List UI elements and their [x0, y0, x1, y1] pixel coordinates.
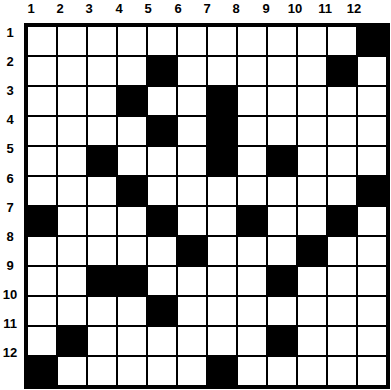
grid-cell[interactable] — [358, 87, 386, 115]
grid-cell[interactable] — [118, 357, 146, 385]
row-label: 4 — [0, 111, 20, 129]
grid-cell[interactable] — [208, 27, 236, 55]
grid-cell — [88, 267, 116, 295]
grid-cell[interactable] — [328, 267, 356, 295]
column-label: 8 — [221, 0, 251, 18]
grid-cell[interactable] — [268, 57, 296, 85]
grid-cell[interactable] — [58, 237, 86, 265]
grid-cell[interactable] — [178, 177, 206, 205]
grid-cell[interactable] — [328, 147, 356, 175]
grid-cell[interactable] — [298, 297, 326, 325]
row-label: 6 — [0, 170, 20, 188]
grid-cell[interactable] — [208, 237, 236, 265]
grid-cell[interactable] — [328, 357, 356, 385]
column-label: 6 — [163, 0, 193, 18]
grid-cell[interactable] — [238, 87, 266, 115]
grid-cell[interactable] — [358, 327, 386, 355]
grid-cell[interactable] — [88, 177, 116, 205]
grid-cell[interactable] — [298, 327, 326, 355]
grid-cell — [118, 267, 146, 295]
grid-cell[interactable] — [268, 357, 296, 385]
row-label: 3 — [0, 82, 20, 100]
grid-cell[interactable] — [28, 327, 56, 355]
grid-cell — [148, 57, 176, 85]
grid-cell[interactable] — [118, 117, 146, 145]
grid-cell — [208, 357, 236, 385]
grid-cell — [358, 177, 386, 205]
grid-cell[interactable] — [238, 327, 266, 355]
grid-cell — [178, 237, 206, 265]
grid-cell[interactable] — [118, 27, 146, 55]
grid-cell[interactable] — [178, 27, 206, 55]
grid-cell[interactable] — [148, 87, 176, 115]
grid-cell[interactable] — [208, 207, 236, 235]
grid-cell[interactable] — [178, 147, 206, 175]
grid-cell[interactable] — [58, 117, 86, 145]
grid-cell[interactable] — [298, 57, 326, 85]
grid-cell — [208, 87, 236, 115]
grid-cell[interactable] — [328, 87, 356, 115]
grid-cell[interactable] — [268, 297, 296, 325]
grid-cell[interactable] — [148, 267, 176, 295]
grid-cell — [148, 117, 176, 145]
grid-cell — [328, 207, 356, 235]
grid-cell[interactable] — [148, 357, 176, 385]
grid-cell — [298, 237, 326, 265]
grid-cell — [58, 327, 86, 355]
grid-cell[interactable] — [358, 147, 386, 175]
grid-cell[interactable] — [298, 207, 326, 235]
grid-cell[interactable] — [118, 207, 146, 235]
column-label: 12 — [339, 0, 369, 18]
grid-cell[interactable] — [58, 27, 86, 55]
grid-cell[interactable] — [178, 267, 206, 295]
column-label: 3 — [74, 0, 104, 18]
grid-cell[interactable] — [178, 117, 206, 145]
column-label: 5 — [133, 0, 163, 18]
grid-cell — [148, 297, 176, 325]
grid-cell[interactable] — [148, 27, 176, 55]
grid-cell[interactable] — [208, 177, 236, 205]
grid-cell[interactable] — [238, 117, 266, 145]
row-label: 8 — [0, 228, 20, 246]
row-label: 1 — [0, 24, 20, 42]
grid-cell[interactable] — [178, 297, 206, 325]
grid-cell[interactable] — [328, 27, 356, 55]
column-label: 1 — [16, 0, 46, 18]
grid-cell[interactable] — [118, 237, 146, 265]
grid-cell[interactable] — [298, 357, 326, 385]
grid-cell — [358, 27, 386, 55]
grid-cell[interactable] — [268, 177, 296, 205]
grid-cell[interactable] — [28, 177, 56, 205]
grid-cell[interactable] — [88, 327, 116, 355]
grid-cell[interactable] — [28, 147, 56, 175]
column-label: 11 — [310, 0, 340, 18]
grid-cell[interactable] — [358, 207, 386, 235]
grid-cell — [238, 207, 266, 235]
grid-cell[interactable] — [268, 207, 296, 235]
row-label: 9 — [0, 257, 20, 275]
grid-cell[interactable] — [208, 327, 236, 355]
grid-cell[interactable] — [298, 177, 326, 205]
grid-cell[interactable] — [358, 237, 386, 265]
column-label: 2 — [45, 0, 75, 18]
grid-cell[interactable] — [58, 357, 86, 385]
grid-cell[interactable] — [28, 237, 56, 265]
grid-cell[interactable] — [118, 57, 146, 85]
grid-cell[interactable] — [358, 57, 386, 85]
grid-cell — [28, 357, 56, 385]
row-label: 10 — [0, 286, 20, 304]
grid-cell[interactable] — [178, 327, 206, 355]
grid-cell[interactable] — [88, 57, 116, 85]
grid-cell[interactable] — [238, 357, 266, 385]
grid-cell[interactable] — [268, 117, 296, 145]
grid-cell[interactable] — [178, 87, 206, 115]
grid-cell — [208, 147, 236, 175]
grid-cell[interactable] — [148, 177, 176, 205]
row-label: 11 — [0, 315, 20, 333]
grid-cell[interactable] — [328, 297, 356, 325]
grid-cell[interactable] — [58, 177, 86, 205]
puzzle-board — [24, 23, 390, 389]
grid-cell[interactable] — [88, 297, 116, 325]
grid-cell[interactable] — [88, 357, 116, 385]
grid-cell — [118, 87, 146, 115]
grid-cell[interactable] — [238, 267, 266, 295]
grid-cell[interactable] — [148, 147, 176, 175]
grid-cell[interactable] — [358, 267, 386, 295]
grid-cell[interactable] — [28, 27, 56, 55]
row-label: 2 — [0, 53, 20, 71]
grid-cell[interactable] — [58, 147, 86, 175]
grid-cell — [268, 147, 296, 175]
grid-cell — [148, 207, 176, 235]
grid-cell[interactable] — [58, 57, 86, 85]
grid-cell[interactable] — [208, 57, 236, 85]
grid-cell[interactable] — [238, 177, 266, 205]
grid-cell[interactable] — [208, 297, 236, 325]
grid-cell[interactable] — [238, 27, 266, 55]
grid-cell[interactable] — [328, 327, 356, 355]
grid-cell[interactable] — [88, 207, 116, 235]
column-label: 7 — [192, 0, 222, 18]
column-label: 9 — [251, 0, 281, 18]
grid-cell — [328, 57, 356, 85]
grid-cell[interactable] — [298, 147, 326, 175]
grid-cell[interactable] — [238, 147, 266, 175]
grid-cell[interactable] — [328, 177, 356, 205]
grid-cell[interactable] — [328, 117, 356, 145]
grid-cell[interactable] — [298, 87, 326, 115]
grid-cell[interactable] — [118, 327, 146, 355]
grid-cell[interactable] — [148, 237, 176, 265]
grid-cell[interactable] — [58, 267, 86, 295]
row-label: 5 — [0, 140, 20, 158]
grid-cell — [208, 117, 236, 145]
puzzle-page: 123456789101112 123456789101112 — [0, 0, 391, 390]
column-label: 10 — [280, 0, 310, 18]
grid-cell[interactable] — [58, 207, 86, 235]
column-label: 4 — [104, 0, 134, 18]
grid-cell[interactable] — [118, 297, 146, 325]
grid-cell[interactable] — [238, 237, 266, 265]
grid-cell[interactable] — [268, 87, 296, 115]
grid-cell[interactable] — [178, 357, 206, 385]
grid-cell[interactable] — [28, 57, 56, 85]
grid-cell[interactable] — [28, 297, 56, 325]
grid-cell[interactable] — [238, 57, 266, 85]
grid-cell[interactable] — [88, 87, 116, 115]
grid-cell[interactable] — [88, 237, 116, 265]
grid-cell[interactable] — [58, 297, 86, 325]
grid-cell[interactable] — [28, 117, 56, 145]
grid-cell — [268, 267, 296, 295]
grid-cell[interactable] — [178, 57, 206, 85]
grid-cell[interactable] — [178, 207, 206, 235]
grid-cell — [28, 207, 56, 235]
grid-cell — [118, 177, 146, 205]
row-label: 7 — [0, 199, 20, 217]
grid-cell[interactable] — [58, 87, 86, 115]
grid-cell — [88, 147, 116, 175]
grid-cell[interactable] — [358, 117, 386, 145]
grid-cell[interactable] — [88, 117, 116, 145]
grid-cell[interactable] — [208, 267, 236, 295]
grid-cell[interactable] — [358, 297, 386, 325]
grid-cell[interactable] — [28, 87, 56, 115]
grid-cell[interactable] — [148, 327, 176, 355]
row-label: 12 — [0, 344, 20, 362]
grid-cell[interactable] — [358, 357, 386, 385]
grid-cell[interactable] — [298, 267, 326, 295]
grid-cell[interactable] — [28, 267, 56, 295]
grid-cell[interactable] — [268, 27, 296, 55]
grid-cell[interactable] — [118, 147, 146, 175]
grid-cell[interactable] — [298, 117, 326, 145]
grid-cell[interactable] — [88, 27, 116, 55]
grid-cell[interactable] — [298, 27, 326, 55]
grid-cell[interactable] — [238, 297, 266, 325]
grid-cell — [268, 327, 296, 355]
grid-cell[interactable] — [328, 237, 356, 265]
grid-cell[interactable] — [268, 237, 296, 265]
